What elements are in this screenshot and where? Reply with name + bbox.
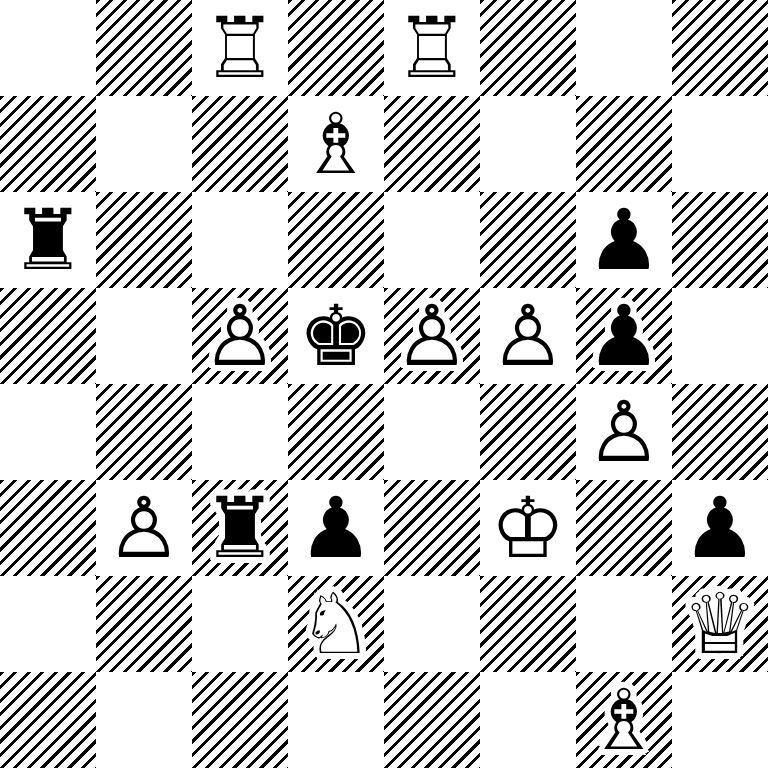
square-e4[interactable] xyxy=(384,384,480,480)
white-knight-d2[interactable]: ♞♘ xyxy=(288,576,384,672)
square-c8[interactable]: ♜♖ xyxy=(192,0,288,96)
square-c6[interactable] xyxy=(192,192,288,288)
square-e6[interactable] xyxy=(384,192,480,288)
square-b3[interactable]: ♟♙ xyxy=(96,480,192,576)
piece-glyph: ♙ xyxy=(576,384,672,480)
square-f1[interactable] xyxy=(480,672,576,768)
square-c7[interactable] xyxy=(192,96,288,192)
square-h8[interactable] xyxy=(672,0,768,96)
white-pawn-f5[interactable]: ♟♙ xyxy=(480,288,576,384)
square-f8[interactable] xyxy=(480,0,576,96)
piece-glyph: ♟ xyxy=(672,480,768,576)
square-e7[interactable] xyxy=(384,96,480,192)
square-h5[interactable] xyxy=(672,288,768,384)
square-h3[interactable]: ♟♟ xyxy=(672,480,768,576)
square-d3[interactable]: ♟♟ xyxy=(288,480,384,576)
piece-glyph: ♙ xyxy=(192,288,288,384)
square-g7[interactable] xyxy=(576,96,672,192)
white-rook-c8[interactable]: ♜♖ xyxy=(192,0,288,96)
black-pawn-g6[interactable]: ♟♟ xyxy=(576,192,672,288)
piece-glyph: ♕ xyxy=(672,576,768,672)
piece-glyph: ♗ xyxy=(576,672,672,768)
square-f3[interactable]: ♚♔ xyxy=(480,480,576,576)
square-b4[interactable] xyxy=(96,384,192,480)
piece-glyph: ♗ xyxy=(288,96,384,192)
square-g3[interactable] xyxy=(576,480,672,576)
square-f7[interactable] xyxy=(480,96,576,192)
piece-glyph: ♚ xyxy=(288,288,384,384)
square-b7[interactable] xyxy=(96,96,192,192)
piece-glyph: ♜ xyxy=(192,480,288,576)
square-d2[interactable]: ♞♘ xyxy=(288,576,384,672)
white-pawn-e5[interactable]: ♟♙ xyxy=(384,288,480,384)
chess-board: ♜♖♜♖♝♗♜♜♟♟♟♙♚♚♟♙♟♙♟♟♟♙♟♙♜♜♟♟♚♔♟♟♞♘♛♕♝♗ xyxy=(0,0,768,768)
square-b6[interactable] xyxy=(96,192,192,288)
piece-glyph: ♘ xyxy=(288,576,384,672)
square-d4[interactable] xyxy=(288,384,384,480)
square-f2[interactable] xyxy=(480,576,576,672)
square-a7[interactable] xyxy=(0,96,96,192)
black-rook-a6[interactable]: ♜♜ xyxy=(0,192,96,288)
black-king-d5[interactable]: ♚♚ xyxy=(288,288,384,384)
square-a2[interactable] xyxy=(0,576,96,672)
piece-glyph: ♖ xyxy=(192,0,288,96)
white-pawn-b3[interactable]: ♟♙ xyxy=(96,480,192,576)
square-g8[interactable] xyxy=(576,0,672,96)
square-h6[interactable] xyxy=(672,192,768,288)
square-g1[interactable]: ♝♗ xyxy=(576,672,672,768)
square-b1[interactable] xyxy=(96,672,192,768)
square-f6[interactable] xyxy=(480,192,576,288)
square-d1[interactable] xyxy=(288,672,384,768)
piece-glyph: ♔ xyxy=(480,480,576,576)
square-g2[interactable] xyxy=(576,576,672,672)
square-c4[interactable] xyxy=(192,384,288,480)
square-d6[interactable] xyxy=(288,192,384,288)
square-b2[interactable] xyxy=(96,576,192,672)
square-d7[interactable]: ♝♗ xyxy=(288,96,384,192)
piece-glyph: ♙ xyxy=(480,288,576,384)
square-e5[interactable]: ♟♙ xyxy=(384,288,480,384)
square-e2[interactable] xyxy=(384,576,480,672)
square-g6[interactable]: ♟♟ xyxy=(576,192,672,288)
square-h2[interactable]: ♛♕ xyxy=(672,576,768,672)
white-king-f3[interactable]: ♚♔ xyxy=(480,480,576,576)
black-pawn-d3[interactable]: ♟♟ xyxy=(288,480,384,576)
square-c3[interactable]: ♜♜ xyxy=(192,480,288,576)
square-a8[interactable] xyxy=(0,0,96,96)
piece-glyph: ♟ xyxy=(576,192,672,288)
square-h7[interactable] xyxy=(672,96,768,192)
black-rook-c3[interactable]: ♜♜ xyxy=(192,480,288,576)
piece-glyph: ♙ xyxy=(96,480,192,576)
square-b5[interactable] xyxy=(96,288,192,384)
square-a3[interactable] xyxy=(0,480,96,576)
square-h4[interactable] xyxy=(672,384,768,480)
piece-glyph: ♟ xyxy=(288,480,384,576)
square-g4[interactable]: ♟♙ xyxy=(576,384,672,480)
black-pawn-h3[interactable]: ♟♟ xyxy=(672,480,768,576)
piece-glyph: ♖ xyxy=(384,0,480,96)
square-f4[interactable] xyxy=(480,384,576,480)
square-a1[interactable] xyxy=(0,672,96,768)
white-queen-h2[interactable]: ♛♕ xyxy=(672,576,768,672)
square-e3[interactable] xyxy=(384,480,480,576)
square-e1[interactable] xyxy=(384,672,480,768)
white-pawn-c5[interactable]: ♟♙ xyxy=(192,288,288,384)
piece-glyph: ♜ xyxy=(0,192,96,288)
white-pawn-g4[interactable]: ♟♙ xyxy=(576,384,672,480)
piece-glyph: ♙ xyxy=(384,288,480,384)
square-d8[interactable] xyxy=(288,0,384,96)
black-pawn-g5[interactable]: ♟♟ xyxy=(576,288,672,384)
white-bishop-d7[interactable]: ♝♗ xyxy=(288,96,384,192)
white-rook-e8[interactable]: ♜♖ xyxy=(384,0,480,96)
square-c5[interactable]: ♟♙ xyxy=(192,288,288,384)
square-a4[interactable] xyxy=(0,384,96,480)
square-a6[interactable]: ♜♜ xyxy=(0,192,96,288)
square-c1[interactable] xyxy=(192,672,288,768)
white-bishop-g1[interactable]: ♝♗ xyxy=(576,672,672,768)
square-a5[interactable] xyxy=(0,288,96,384)
square-f5[interactable]: ♟♙ xyxy=(480,288,576,384)
square-e8[interactable]: ♜♖ xyxy=(384,0,480,96)
square-h1[interactable] xyxy=(672,672,768,768)
square-d5[interactable]: ♚♚ xyxy=(288,288,384,384)
square-b8[interactable] xyxy=(96,0,192,96)
square-g5[interactable]: ♟♟ xyxy=(576,288,672,384)
square-c2[interactable] xyxy=(192,576,288,672)
piece-glyph: ♟ xyxy=(576,288,672,384)
